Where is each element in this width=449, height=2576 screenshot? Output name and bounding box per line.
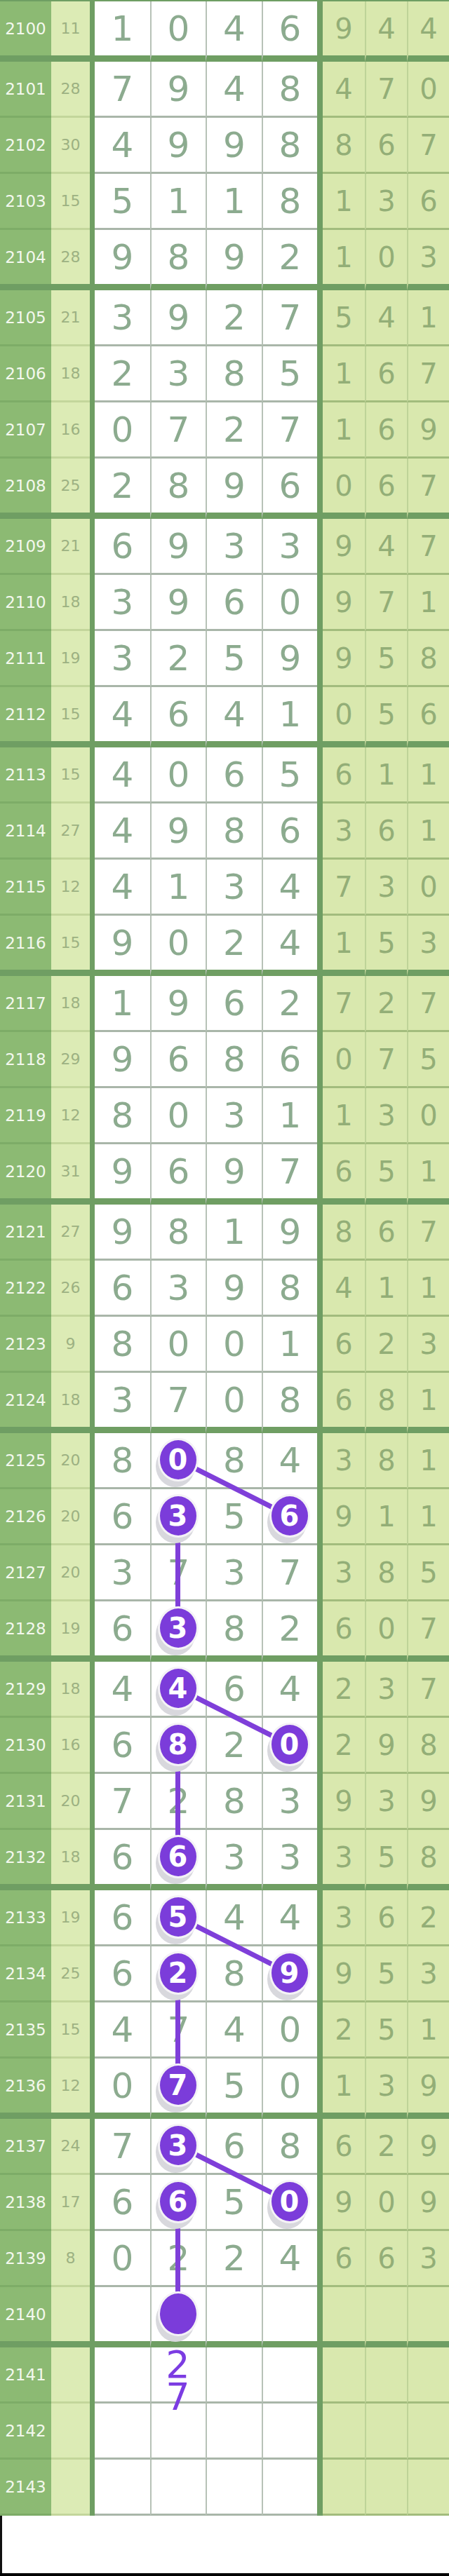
front-digit-cell: 3: [95, 290, 150, 346]
front-digit-cell: 0: [206, 1373, 262, 1433]
back-digit-cell: 2: [323, 1662, 365, 1718]
sum-cell: 18: [51, 976, 90, 1032]
issue-cell: 2135: [0, 2002, 51, 2059]
back-digit-cell: 1: [407, 1373, 449, 1433]
table-row: 2135154740251: [0, 2002, 449, 2059]
back-digit-cell: 1: [323, 916, 365, 976]
back-digit-cell: 5: [407, 1032, 449, 1088]
back-digit-cell: 5: [323, 290, 365, 346]
front-digit-cell: 6: [206, 2119, 262, 2175]
back-digit-cell: 1: [365, 1489, 407, 1545]
sum-cell: 20: [51, 1545, 90, 1601]
issue-cell: 2123: [0, 1317, 51, 1373]
column-separator: [90, 2287, 95, 2347]
front-digit-cell: 9: [95, 916, 150, 976]
front-digit-cell: 1: [206, 174, 262, 230]
front-digit-cell: 1: [262, 1088, 317, 1144]
sum-cell: 21: [51, 519, 90, 575]
table-row: 2129184464237: [0, 1662, 449, 1718]
back-digit-cell: [365, 2460, 407, 2516]
front-digit-cell: 9: [95, 1032, 150, 1088]
sum-cell: 25: [51, 459, 90, 519]
back-digit-cell: [323, 2347, 365, 2404]
back-digit-cell: 3: [365, 860, 407, 916]
back-digit-cell: 0: [407, 62, 449, 118]
issue-cell: 2133: [0, 1890, 51, 1946]
front-digit-cell: 0: [150, 1317, 206, 1373]
trail-circle: 4: [158, 1667, 199, 1710]
prediction-digits: 27: [150, 2349, 206, 2413]
sum-cell: 18: [51, 346, 90, 402]
column-separator: [317, 2175, 323, 2231]
front-digit-cell: 9: [150, 118, 206, 174]
table-row: 2121279819867: [0, 1205, 449, 1261]
back-digit-cell: [323, 2287, 365, 2347]
sum-cell: 12: [51, 860, 90, 916]
front-digit-cell: 4: [262, 1662, 317, 1718]
back-digit-cell: 2: [407, 1890, 449, 1946]
sum-cell: 25: [51, 1946, 90, 2002]
table-row: 2119128031130: [0, 1088, 449, 1144]
back-digit-cell: 5: [365, 916, 407, 976]
issue-cell: 2141: [0, 2347, 51, 2404]
front-digit-cell: 4: [206, 62, 262, 118]
back-digit-cell: 4: [365, 290, 407, 346]
column-separator: [317, 1890, 323, 1946]
front-digit-cell: [206, 2460, 262, 2516]
column-separator: [90, 118, 95, 174]
table-row: 2130166820298: [0, 1718, 449, 1774]
front-digit-cell: 0: [95, 2059, 150, 2119]
front-digit-cell: 6: [206, 976, 262, 1032]
front-digit-cell: 9: [206, 1144, 262, 1205]
issue-cell: 2127: [0, 1545, 51, 1601]
back-digit-cell: 5: [365, 1946, 407, 2002]
issue-cell: 2116: [0, 916, 51, 976]
back-digit-cell: [407, 2460, 449, 2516]
sum-cell: 19: [51, 1601, 90, 1662]
front-digit-cell: 4: [95, 1662, 150, 1718]
back-digit-cell: 1: [407, 747, 449, 804]
back-digit-cell: 1: [407, 1261, 449, 1317]
sum-cell: 11: [51, 1, 90, 62]
back-digit-cell: 5: [365, 2002, 407, 2059]
front-digit-cell: 6: [150, 687, 206, 747]
front-digit-cell: 1: [95, 976, 150, 1032]
table-row: 2112154641056: [0, 687, 449, 747]
back-digit-cell: 9: [323, 1946, 365, 2002]
column-separator: [90, 2460, 95, 2516]
column-separator: [317, 174, 323, 230]
back-digit-cell: 5: [365, 1144, 407, 1205]
column-separator: [317, 1, 323, 62]
front-digit-cell: 6: [206, 747, 262, 804]
back-digit-cell: 0: [365, 230, 407, 290]
issue-cell: 2130: [0, 1718, 51, 1774]
front-digit-cell: 9: [150, 62, 206, 118]
front-digit-cell: 6: [262, 804, 317, 860]
front-digit-cell: [95, 2287, 150, 2347]
sum-cell: 15: [51, 2002, 90, 2059]
table-row: 2108252896067: [0, 459, 449, 519]
sum-cell: 20: [51, 1774, 90, 1830]
back-digit-cell: 9: [407, 402, 449, 459]
trail-circle: 0: [269, 1723, 310, 1766]
back-digit-cell: 8: [365, 1433, 407, 1489]
column-separator: [317, 1317, 323, 1373]
front-digit-cell: 2: [150, 1774, 206, 1830]
column-separator: [90, 1, 95, 62]
front-digit-cell: 3: [206, 519, 262, 575]
front-digit-cell: 5: [262, 747, 317, 804]
front-digit-cell: 3: [262, 1774, 317, 1830]
front-digit-cell: 9: [206, 230, 262, 290]
trail-circle: 3: [158, 1494, 199, 1538]
front-digit-cell: 8: [95, 1088, 150, 1144]
back-digit-cell: [323, 2404, 365, 2460]
back-digit-cell: 9: [323, 631, 365, 687]
column-separator: [90, 174, 95, 230]
column-separator: [90, 976, 95, 1032]
column-separator: [317, 1489, 323, 1545]
front-digit-cell: 9: [95, 1205, 150, 1261]
back-digit-cell: 7: [407, 1662, 449, 1718]
back-digit-cell: 7: [407, 1205, 449, 1261]
front-digit-cell: 0: [95, 2231, 150, 2287]
back-digit-cell: 1: [323, 230, 365, 290]
front-digit-cell: 6: [262, 1, 317, 62]
back-digit-cell: 8: [407, 1718, 449, 1774]
back-digit-cell: 9: [407, 2059, 449, 2119]
sum-cell: 27: [51, 804, 90, 860]
column-separator: [317, 459, 323, 519]
back-digit-cell: 3: [407, 1317, 449, 1373]
sum-cell: 26: [51, 1261, 90, 1317]
table-row: 2114274986361: [0, 804, 449, 860]
sum-cell: 21: [51, 290, 90, 346]
table-row: 2106182385167: [0, 346, 449, 402]
front-digit-cell: [95, 2460, 150, 2516]
issue-cell: 2119: [0, 1088, 51, 1144]
issue-cell: 2142: [0, 2404, 51, 2460]
front-digit-cell: 9: [150, 290, 206, 346]
issue-cell: 2113: [0, 747, 51, 804]
table-row: 2136120750139: [0, 2059, 449, 2119]
front-digit-cell: 8: [150, 459, 206, 519]
front-digit-cell: 8: [95, 1433, 150, 1489]
sum-cell: [51, 2404, 90, 2460]
back-digit-cell: 7: [365, 575, 407, 631]
back-digit-cell: 7: [407, 519, 449, 575]
front-digit-cell: 8: [206, 804, 262, 860]
column-separator: [317, 1088, 323, 1144]
issue-cell: 2105: [0, 290, 51, 346]
front-digit-cell: 9: [206, 118, 262, 174]
front-digit-cell: 2: [206, 402, 262, 459]
front-digit-cell: 6: [95, 1718, 150, 1774]
column-separator: [90, 687, 95, 747]
front-digit-cell: 8: [206, 346, 262, 402]
issue-cell: 2111: [0, 631, 51, 687]
issue-cell: 2132: [0, 1830, 51, 1890]
back-digit-cell: 7: [365, 1032, 407, 1088]
back-digit-cell: 1: [407, 290, 449, 346]
back-digit-cell: 5: [365, 1830, 407, 1890]
back-digit-cell: 0: [365, 2175, 407, 2231]
back-digit-cell: 9: [365, 1718, 407, 1774]
issue-cell: 2124: [0, 1373, 51, 1433]
front-digit-cell: 7: [150, 1373, 206, 1433]
front-digit-cell: 3: [150, 346, 206, 402]
back-digit-cell: 9: [407, 2119, 449, 2175]
column-separator: [317, 1205, 323, 1261]
front-digit-cell: 7: [150, 1545, 206, 1601]
column-separator: [90, 804, 95, 860]
column-separator: [90, 1662, 95, 1718]
back-digit-cell: 2: [365, 1317, 407, 1373]
table-row: 2134256289953: [0, 1946, 449, 2002]
back-digit-cell: 4: [323, 62, 365, 118]
front-digit-cell: 5: [206, 2175, 262, 2231]
issue-cell: 2100: [0, 1, 51, 62]
table-row: 2126206356911: [0, 1489, 449, 1545]
front-digit-cell: 1: [262, 687, 317, 747]
sum-cell: 28: [51, 62, 90, 118]
table-row: 2117181962727: [0, 976, 449, 1032]
column-separator: [90, 747, 95, 804]
sum-cell: 24: [51, 2119, 90, 2175]
table-row: 2113154065611: [0, 747, 449, 804]
back-digit-cell: 9: [323, 575, 365, 631]
front-digit-cell: 3: [95, 575, 150, 631]
back-digit-cell: 3: [323, 1830, 365, 1890]
sum-cell: 15: [51, 687, 90, 747]
column-separator: [90, 1601, 95, 1662]
front-digit-cell: 3: [262, 519, 317, 575]
back-digit-cell: 3: [407, 2231, 449, 2287]
column-separator: [317, 575, 323, 631]
front-digit-cell: [262, 2460, 317, 2516]
issue-cell: 2110: [0, 575, 51, 631]
sum-cell: [51, 2287, 90, 2347]
column-separator: [90, 1317, 95, 1373]
sum-cell: 28: [51, 230, 90, 290]
table-row: 2133196544362: [0, 1890, 449, 1946]
table-row: 2118299686075: [0, 1032, 449, 1088]
column-separator: [90, 2059, 95, 2119]
column-separator: [90, 1144, 95, 1205]
front-digit-cell: 2: [262, 230, 317, 290]
front-digit-cell: 9: [150, 575, 206, 631]
front-digit-cell: 7: [95, 2119, 150, 2175]
sum-cell: 15: [51, 174, 90, 230]
column-separator: [317, 230, 323, 290]
back-digit-cell: 7: [407, 459, 449, 519]
issue-cell: 2129: [0, 1662, 51, 1718]
column-separator: [317, 1830, 323, 1890]
back-digit-cell: 1: [323, 1088, 365, 1144]
back-digit-cell: 1: [407, 804, 449, 860]
back-digit-cell: [407, 2287, 449, 2347]
back-digit-cell: 8: [365, 1373, 407, 1433]
front-digit-cell: 7: [95, 62, 150, 118]
front-digit-cell: 9: [262, 631, 317, 687]
back-digit-cell: 7: [365, 62, 407, 118]
front-digit-cell: 8: [206, 1946, 262, 2002]
column-separator: [90, 1433, 95, 1489]
back-digit-cell: 6: [365, 459, 407, 519]
column-separator: [317, 1545, 323, 1601]
table-row: 2140: [0, 2287, 449, 2347]
back-digit-cell: 6: [407, 687, 449, 747]
front-digit-cell: 7: [150, 402, 206, 459]
trail-next-dot: [158, 2291, 199, 2336]
column-separator: [317, 1144, 323, 1205]
table-row: 2109216933947: [0, 519, 449, 575]
back-digit-cell: 9: [323, 2175, 365, 2231]
column-separator: [90, 2119, 95, 2175]
column-separator: [90, 1373, 95, 1433]
issue-cell: 2139: [0, 2231, 51, 2287]
table-row: 2141: [0, 2347, 449, 2404]
front-digit-cell: 6: [262, 1032, 317, 1088]
back-digit-cell: 7: [407, 118, 449, 174]
front-digit-cell: 3: [206, 1088, 262, 1144]
table-row: 2132186633358: [0, 1830, 449, 1890]
back-digit-cell: 3: [365, 1662, 407, 1718]
front-digit-cell: 6: [95, 1890, 150, 1946]
back-digit-cell: 1: [407, 1144, 449, 1205]
back-digit-cell: 6: [323, 1373, 365, 1433]
front-digit-cell: 9: [262, 1205, 317, 1261]
column-separator: [90, 519, 95, 575]
back-digit-cell: 6: [365, 2231, 407, 2287]
issue-cell: 2136: [0, 2059, 51, 2119]
back-digit-cell: 3: [365, 1774, 407, 1830]
trail-circle: 3: [158, 2124, 199, 2167]
column-separator: [90, 916, 95, 976]
issue-cell: 2108: [0, 459, 51, 519]
back-digit-cell: 3: [365, 174, 407, 230]
back-digit-cell: 0: [323, 459, 365, 519]
front-digit-cell: 8: [262, 62, 317, 118]
back-digit-cell: 3: [323, 1545, 365, 1601]
back-digit-cell: 1: [323, 2059, 365, 2119]
front-digit-cell: 7: [150, 2002, 206, 2059]
front-digit-cell: 4: [262, 2231, 317, 2287]
front-digit-cell: [262, 2347, 317, 2404]
back-digit-cell: 0: [323, 687, 365, 747]
sum-cell: 12: [51, 1088, 90, 1144]
front-digit-cell: 4: [95, 687, 150, 747]
table-row: 2128196382607: [0, 1601, 449, 1662]
front-digit-cell: 4: [95, 2002, 150, 2059]
issue-cell: 2109: [0, 519, 51, 575]
back-digit-cell: 8: [323, 1205, 365, 1261]
column-separator: [90, 1830, 95, 1890]
front-digit-cell: 3: [95, 1373, 150, 1433]
back-digit-cell: 1: [323, 346, 365, 402]
front-digit-cell: 3: [206, 860, 262, 916]
back-digit-cell: [365, 2287, 407, 2347]
column-separator: [317, 916, 323, 976]
sum-cell: 27: [51, 1205, 90, 1261]
front-digit-cell: 4: [95, 747, 150, 804]
back-digit-cell: [407, 2347, 449, 2404]
trail-circle: 9: [269, 1951, 310, 1995]
issue-cell: 2106: [0, 346, 51, 402]
column-separator: [90, 230, 95, 290]
front-digit-cell: 2: [262, 976, 317, 1032]
table-row: 2125208084381: [0, 1433, 449, 1489]
front-digit-cell: 6: [150, 1032, 206, 1088]
column-separator: [90, 1774, 95, 1830]
back-digit-cell: 5: [407, 1545, 449, 1601]
front-digit-cell: 8: [262, 1261, 317, 1317]
sum-cell: [51, 2347, 90, 2404]
issue-cell: 2122: [0, 1261, 51, 1317]
issue-cell: 2134: [0, 1946, 51, 2002]
front-digit-cell: 7: [95, 1774, 150, 1830]
sum-cell: 29: [51, 1032, 90, 1088]
front-digit-cell: 6: [95, 1601, 150, 1662]
front-digit-cell: [262, 2287, 317, 2347]
sum-cell: 12: [51, 2059, 90, 2119]
column-separator: [317, 1662, 323, 1718]
back-digit-cell: 1: [407, 1489, 449, 1545]
back-digit-cell: 6: [407, 174, 449, 230]
front-digit-cell: 4: [206, 2002, 262, 2059]
front-digit-cell: 5: [262, 346, 317, 402]
column-separator: [90, 459, 95, 519]
back-digit-cell: 3: [407, 1946, 449, 2002]
column-separator: [90, 290, 95, 346]
column-separator: [317, 1032, 323, 1088]
front-digit-cell: 8: [262, 118, 317, 174]
sum-cell: 18: [51, 1830, 90, 1890]
column-separator: [90, 860, 95, 916]
front-digit-cell: 1: [262, 1317, 317, 1373]
back-digit-cell: 8: [407, 1830, 449, 1890]
issue-cell: 2117: [0, 976, 51, 1032]
issue-cell: 2143: [0, 2460, 51, 2516]
back-digit-cell: 6: [323, 1601, 365, 1662]
column-separator: [317, 1774, 323, 1830]
trail-circle: 2: [158, 1951, 199, 1995]
column-separator: [317, 2119, 323, 2175]
front-digit-cell: 8: [206, 1032, 262, 1088]
column-separator: [317, 687, 323, 747]
table-row: 2115124134730: [0, 860, 449, 916]
back-digit-cell: 9: [323, 1774, 365, 1830]
sum-cell: 8: [51, 2231, 90, 2287]
front-digit-cell: [262, 2404, 317, 2460]
issue-cell: 2114: [0, 804, 51, 860]
back-digit-cell: [323, 2460, 365, 2516]
table-row: 2111193259958: [0, 631, 449, 687]
bottom-edge-line: [0, 2573, 449, 2576]
front-digit-cell: 7: [262, 290, 317, 346]
column-separator: [317, 346, 323, 402]
issue-cell: 2140: [0, 2287, 51, 2347]
back-digit-cell: 2: [323, 2002, 365, 2059]
back-digit-cell: 8: [323, 118, 365, 174]
back-digit-cell: 2: [365, 976, 407, 1032]
table-row: 213980224663: [0, 2231, 449, 2287]
front-digit-cell: 6: [95, 1261, 150, 1317]
prediction-digit: 7: [150, 2381, 206, 2413]
back-digit-cell: 1: [365, 747, 407, 804]
